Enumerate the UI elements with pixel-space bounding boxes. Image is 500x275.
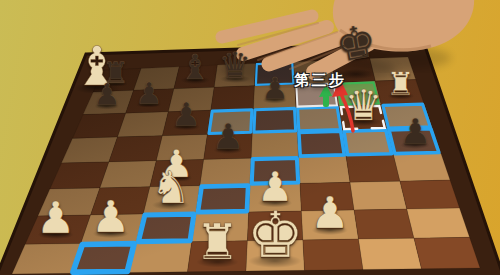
- step-annotation-label: 第三步: [295, 71, 346, 90]
- chess-game-scene: ♜♝♛♚♟♟♟♜♟♛♟♟♟♞♟♟♟♟♜♚♝ 第三步: [0, 0, 500, 275]
- annotation-arrows: [0, 0, 500, 275]
